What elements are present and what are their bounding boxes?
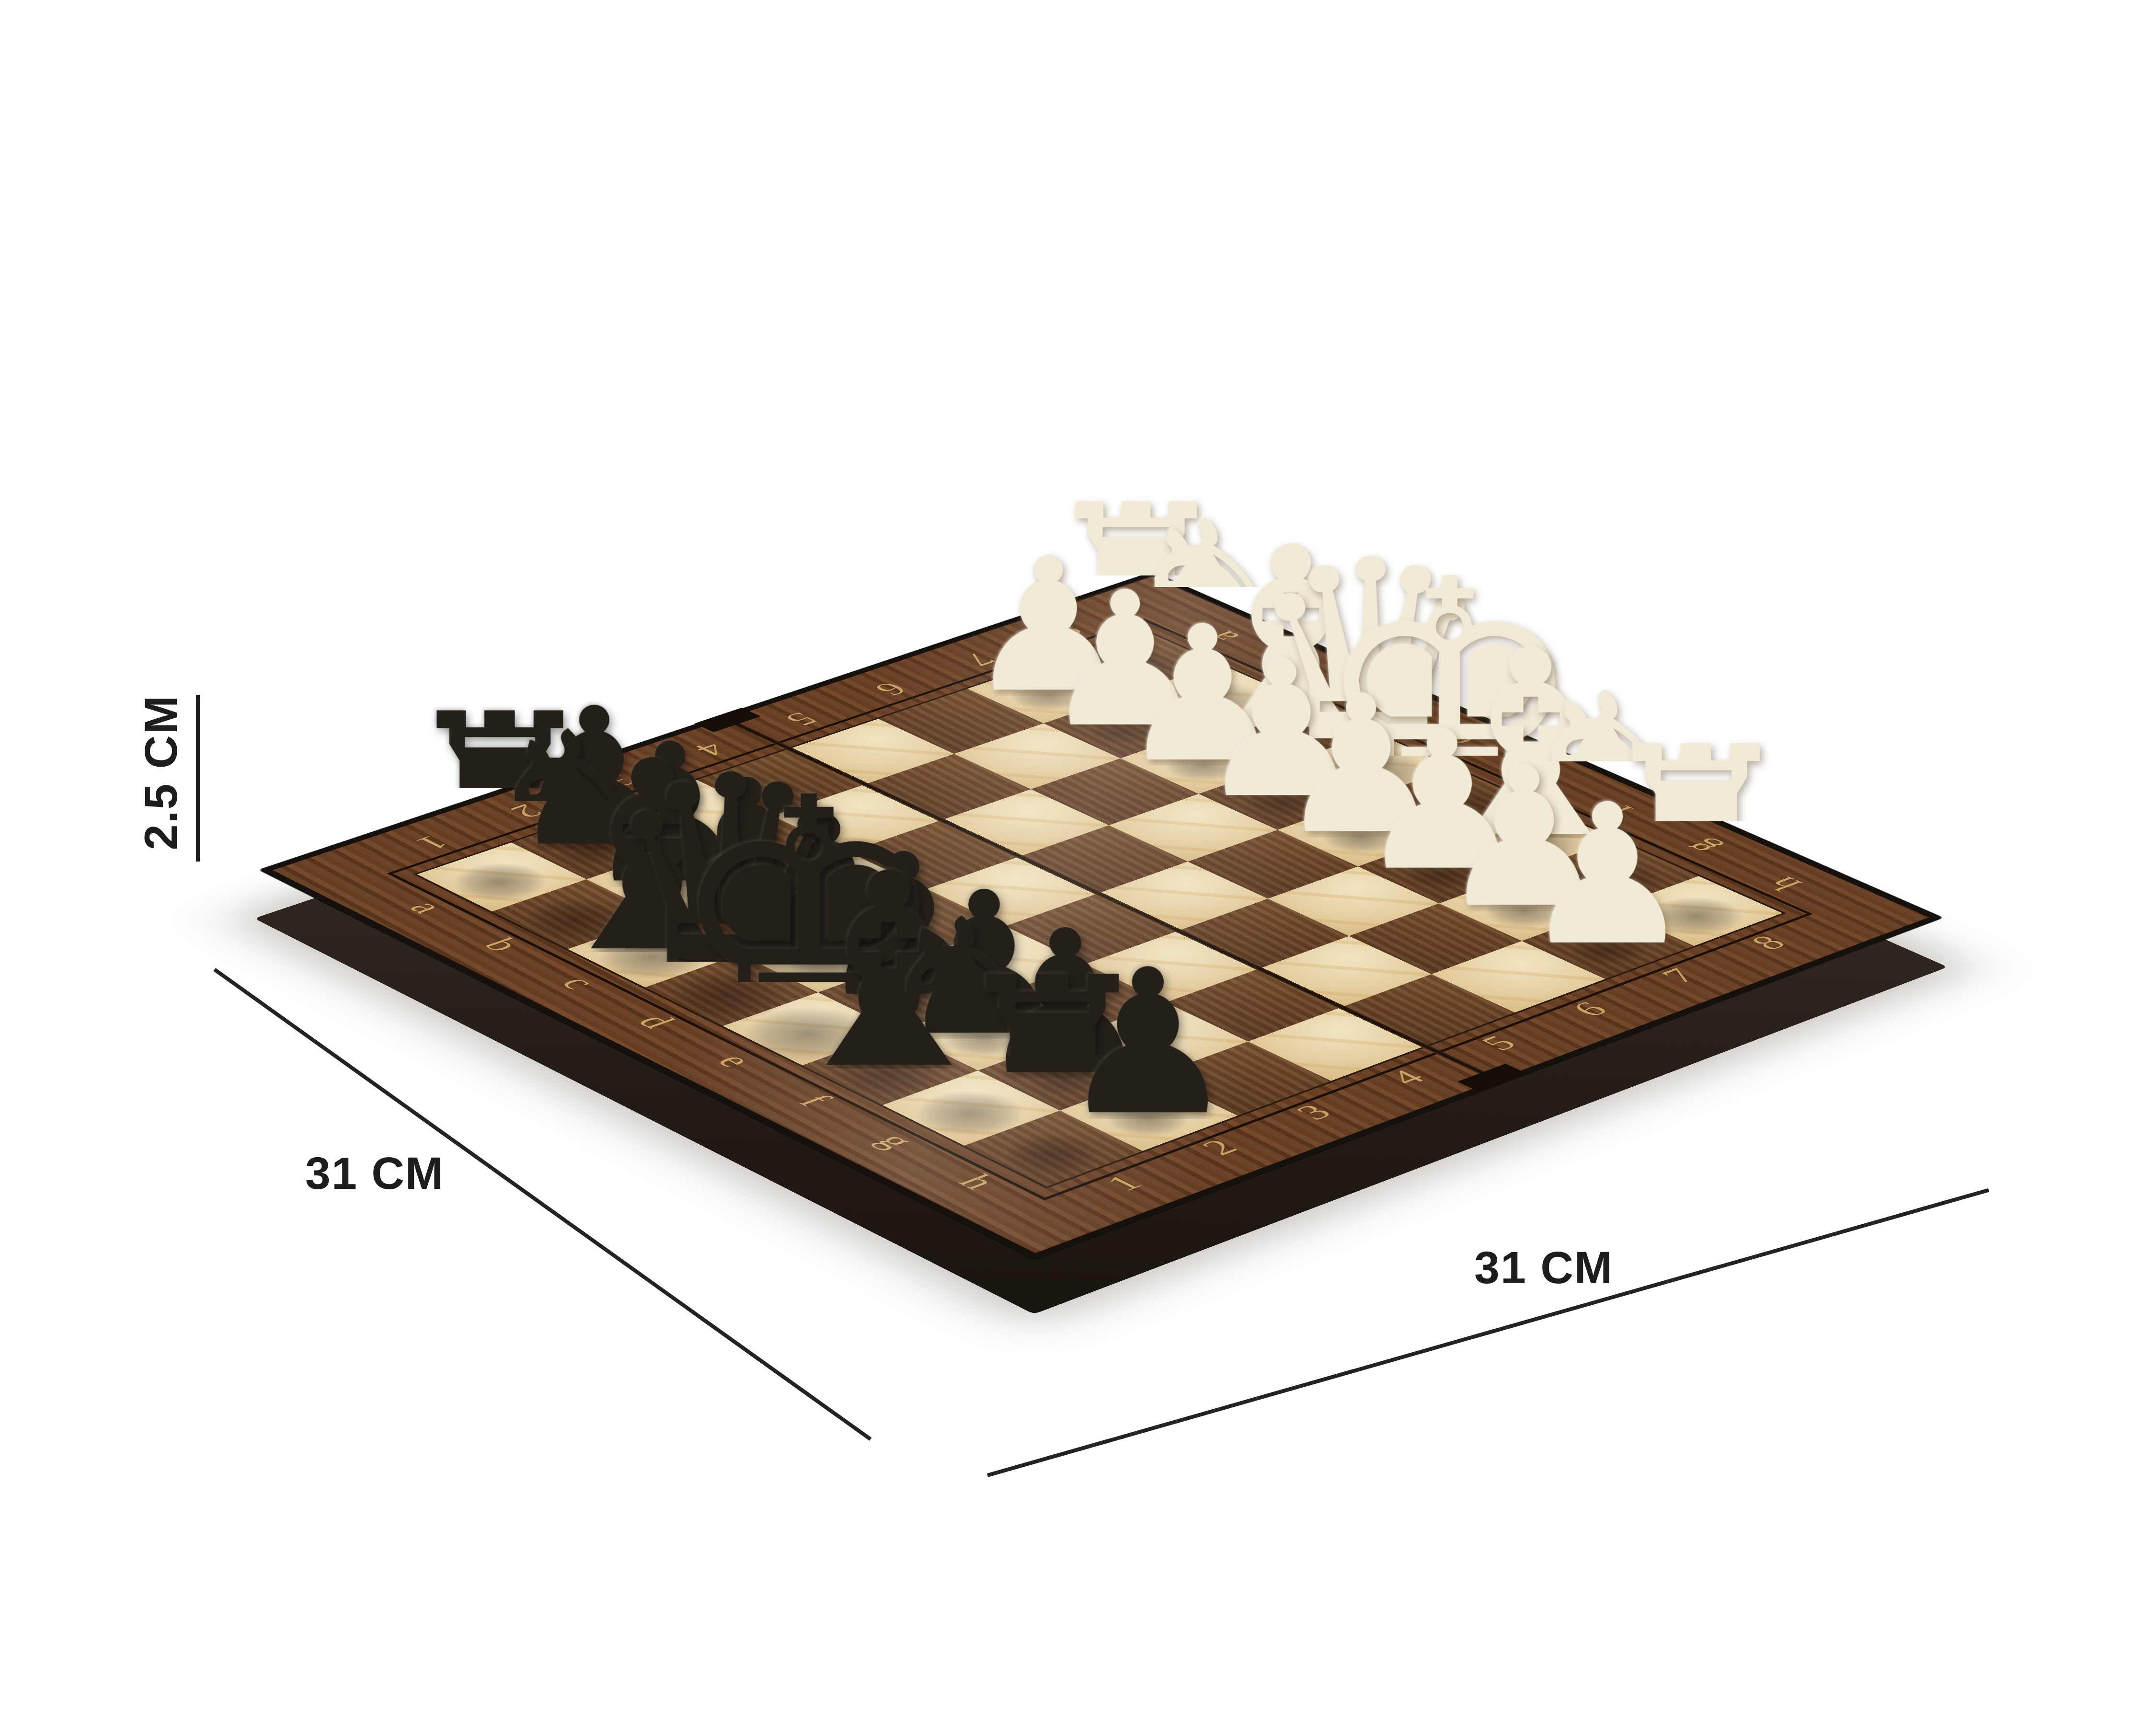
square-a7 bbox=[967, 659, 1132, 723]
white-piece-glyph: ♟ bbox=[1276, 671, 1446, 861]
rank-label-east-7: 7 bbox=[1654, 965, 1704, 986]
white-piece-glyph: ♟ bbox=[1042, 567, 1209, 753]
piece-shadow bbox=[1147, 744, 1258, 788]
rank-label-east-4: 4 bbox=[1381, 1066, 1432, 1088]
square-e6 bbox=[1188, 830, 1358, 898]
board-3d-scene: aabbccddeeffgghh1122334455667788 ♜♞♝♛♚♝♞… bbox=[0, 0, 2156, 1725]
white-piece-glyph: ♜ bbox=[1040, 477, 1233, 692]
rank-label-west-8: 8 bbox=[1044, 621, 1090, 639]
file-label-south-a: a bbox=[402, 897, 452, 917]
white-piece-glyph: ♟ bbox=[1197, 636, 1366, 824]
square-b6 bbox=[954, 723, 1121, 789]
square-d6 bbox=[1109, 794, 1278, 862]
piece-shadow bbox=[994, 674, 1103, 717]
piece-shadow bbox=[1226, 779, 1337, 823]
height-dimension-line bbox=[196, 695, 200, 862]
rank-label-east-5: 5 bbox=[1473, 1032, 1524, 1054]
rank-label-east-1: 1 bbox=[1098, 1172, 1149, 1195]
square-c7 bbox=[1121, 728, 1287, 794]
width-dimension-label-right: 31 CM bbox=[1474, 1242, 1613, 1294]
rank-label-west-6: 6 bbox=[868, 679, 915, 699]
piece-shadow bbox=[1073, 641, 1200, 691]
folding-chessboard: aabbccddeeffgghh1122334455667788 ♜♞♝♛♚♝♞… bbox=[259, 572, 1942, 1260]
white-piece-glyph: ♟ bbox=[966, 534, 1131, 718]
square-d7 bbox=[1198, 763, 1366, 830]
square-e7 bbox=[1278, 798, 1447, 866]
rank-label-west-7: 7 bbox=[957, 650, 1003, 668]
product-photo-stage: aabbccddeeffgghh1122334455667788 ♜♞♝♛♚♝♞… bbox=[0, 0, 2156, 1725]
piece-shadow bbox=[1070, 709, 1181, 752]
file-label-north-b: b bbox=[1276, 662, 1324, 680]
square-c8 bbox=[1209, 698, 1375, 763]
file-label-south-g: g bbox=[870, 1130, 923, 1151]
file-label-north-c: c bbox=[1354, 696, 1401, 714]
rank-label-east-3: 3 bbox=[1288, 1101, 1339, 1123]
width-dimension-label-left: 31 CM bbox=[305, 1147, 444, 1199]
white-piece-glyph: ♝ bbox=[1178, 514, 1403, 765]
piece-shadow bbox=[1142, 672, 1284, 728]
file-label-north-a: a bbox=[1200, 628, 1246, 645]
file-label-south-b: b bbox=[477, 934, 528, 954]
white-piece-glyph: ♟ bbox=[1119, 601, 1287, 788]
white-piece-glyph: ♟ bbox=[1521, 779, 1694, 972]
file-label-south-e: e bbox=[710, 1050, 761, 1070]
height-dimension-label: 2.5 CM bbox=[134, 695, 188, 851]
file-label-south-f: f bbox=[791, 1091, 839, 1110]
piece-shadow bbox=[1216, 706, 1365, 765]
square-d8 bbox=[1287, 732, 1454, 798]
rank-label-west-1: 1 bbox=[409, 833, 456, 853]
square-c6 bbox=[1031, 759, 1198, 825]
piece-shadow bbox=[1286, 737, 1453, 804]
piece-shadow bbox=[1305, 815, 1418, 860]
rank-label-east-2: 2 bbox=[1194, 1136, 1245, 1159]
rank-label-east-8: 8 bbox=[1743, 932, 1792, 953]
rank-label-east-6: 6 bbox=[1564, 998, 1615, 1020]
file-label-south-c: c bbox=[554, 973, 604, 992]
board-face: aabbccddeeffgghh1122334455667788 ♜♞♝♛♚♝♞… bbox=[259, 572, 1942, 1260]
square-a8 bbox=[1055, 630, 1219, 693]
file-label-south-h: h bbox=[952, 1171, 1005, 1193]
square-b8 bbox=[1132, 664, 1296, 728]
black-piece-glyph: ♜ bbox=[947, 946, 1158, 1183]
square-b7 bbox=[1044, 693, 1209, 759]
white-piece-glyph: ♞ bbox=[1105, 489, 1320, 729]
pieces-layer: ♜♞♝♛♚♝♞♜♟♟♟♟♟♟♟♟♟♟♟♟♟♟♟♟♜♞♝♛♚♝♞♜ bbox=[415, 635, 1782, 1193]
